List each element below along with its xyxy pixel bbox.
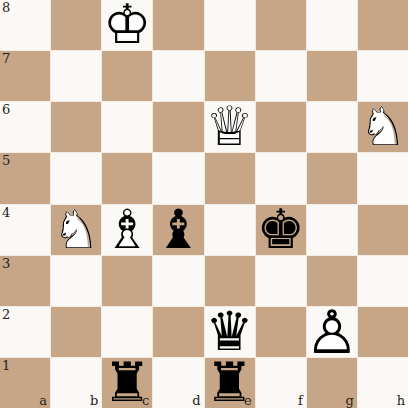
square-d1[interactable]: d	[153, 358, 203, 408]
square-a6[interactable]: 6	[0, 102, 50, 152]
square-g5[interactable]	[307, 153, 357, 203]
rank-label-2: 2	[2, 308, 10, 321]
piece-solid-layer: ♝	[153, 205, 203, 255]
piece-outline-layer: ♘	[358, 102, 408, 152]
piece-fill-layer: ♞	[51, 205, 101, 255]
black-rook-c1[interactable]: ♜	[102, 358, 152, 408]
file-label-d: d	[192, 394, 200, 407]
file-label-a: a	[39, 394, 47, 407]
square-g3[interactable]	[307, 256, 357, 306]
square-a3[interactable]: 3	[0, 256, 50, 306]
black-queen-e2[interactable]: ♛	[205, 307, 255, 357]
square-f2[interactable]	[256, 307, 306, 357]
square-h6[interactable]: ♞♘	[358, 102, 408, 152]
black-rook-e1[interactable]: ♜	[205, 358, 255, 408]
piece-outline-layer: ♘	[51, 205, 101, 255]
square-g8[interactable]	[307, 0, 357, 50]
square-d7[interactable]	[153, 51, 203, 101]
square-e3[interactable]	[205, 256, 255, 306]
square-b5[interactable]	[51, 153, 101, 203]
square-e1[interactable]: e♜	[205, 358, 255, 408]
square-e8[interactable]	[205, 0, 255, 50]
square-g1[interactable]: g	[307, 358, 357, 408]
square-f6[interactable]	[256, 102, 306, 152]
square-g4[interactable]	[307, 205, 357, 255]
white-king-c8[interactable]: ♚♔	[102, 0, 152, 50]
piece-fill-layer: ♞	[358, 102, 408, 152]
piece-fill-layer: ♝	[102, 205, 152, 255]
square-g2[interactable]: ♟♙	[307, 307, 357, 357]
white-knight-b4[interactable]: ♞♘	[51, 205, 101, 255]
square-a1[interactable]: 1a	[0, 358, 50, 408]
piece-solid-layer: ♚	[256, 205, 306, 255]
square-h5[interactable]	[358, 153, 408, 203]
square-b2[interactable]	[51, 307, 101, 357]
square-h3[interactable]	[358, 256, 408, 306]
square-f3[interactable]	[256, 256, 306, 306]
square-f4[interactable]: ♚	[256, 205, 306, 255]
rank-label-7: 7	[2, 52, 10, 65]
square-h7[interactable]	[358, 51, 408, 101]
square-e2[interactable]: ♛	[205, 307, 255, 357]
square-c1[interactable]: c♜	[102, 358, 152, 408]
square-c5[interactable]	[102, 153, 152, 203]
square-d3[interactable]	[153, 256, 203, 306]
square-c4[interactable]: ♝♗	[102, 205, 152, 255]
piece-outline-layer: ♙	[307, 307, 357, 357]
square-f1[interactable]: f	[256, 358, 306, 408]
square-h8[interactable]	[358, 0, 408, 50]
square-e7[interactable]	[205, 51, 255, 101]
rank-label-8: 8	[2, 1, 10, 14]
square-e5[interactable]	[205, 153, 255, 203]
file-label-b: b	[90, 394, 98, 407]
piece-outline-layer: ♕	[205, 102, 255, 152]
black-bishop-d4[interactable]: ♝	[153, 205, 203, 255]
square-d4[interactable]: ♝	[153, 205, 203, 255]
square-d2[interactable]	[153, 307, 203, 357]
square-a5[interactable]: 5	[0, 153, 50, 203]
white-queen-e6[interactable]: ♛♕	[205, 102, 255, 152]
file-label-h: h	[397, 394, 405, 407]
square-c2[interactable]	[102, 307, 152, 357]
square-a2[interactable]: 2	[0, 307, 50, 357]
square-b6[interactable]	[51, 102, 101, 152]
black-king-f4[interactable]: ♚	[256, 205, 306, 255]
square-c3[interactable]	[102, 256, 152, 306]
white-bishop-c4[interactable]: ♝♗	[102, 205, 152, 255]
chess-board: 8♚♔76♛♕♞♘54♞♘♝♗♝♚32♛♟♙1abc♜de♜fgh	[0, 0, 408, 408]
file-label-f: f	[298, 394, 303, 407]
piece-solid-layer: ♛	[205, 307, 255, 357]
square-b8[interactable]	[51, 0, 101, 50]
square-a7[interactable]: 7	[0, 51, 50, 101]
square-h4[interactable]	[358, 205, 408, 255]
square-d6[interactable]	[153, 102, 203, 152]
square-e6[interactable]: ♛♕	[205, 102, 255, 152]
square-a8[interactable]: 8	[0, 0, 50, 50]
square-c7[interactable]	[102, 51, 152, 101]
piece-fill-layer: ♛	[205, 102, 255, 152]
piece-fill-layer: ♟	[307, 307, 357, 357]
square-c6[interactable]	[102, 102, 152, 152]
square-h1[interactable]: h	[358, 358, 408, 408]
piece-outline-layer: ♔	[102, 0, 152, 50]
rank-label-1: 1	[2, 359, 10, 372]
square-d5[interactable]	[153, 153, 203, 203]
square-f8[interactable]	[256, 0, 306, 50]
piece-outline-layer: ♗	[102, 205, 152, 255]
file-label-g: g	[346, 394, 354, 407]
square-g7[interactable]	[307, 51, 357, 101]
square-g6[interactable]	[307, 102, 357, 152]
square-c8[interactable]: ♚♔	[102, 0, 152, 50]
square-f5[interactable]	[256, 153, 306, 203]
rank-label-6: 6	[2, 103, 10, 116]
white-pawn-g2[interactable]: ♟♙	[307, 307, 357, 357]
rank-label-5: 5	[2, 154, 10, 167]
square-h2[interactable]	[358, 307, 408, 357]
square-b4[interactable]: ♞♘	[51, 205, 101, 255]
piece-fill-layer: ♚	[102, 0, 152, 50]
square-b3[interactable]	[51, 256, 101, 306]
rank-label-4: 4	[2, 206, 10, 219]
rank-label-3: 3	[2, 257, 10, 270]
piece-solid-layer: ♜	[205, 358, 255, 408]
square-b7[interactable]	[51, 51, 101, 101]
piece-solid-layer: ♜	[102, 358, 152, 408]
square-d8[interactable]	[153, 0, 203, 50]
square-f7[interactable]	[256, 51, 306, 101]
square-e4[interactable]	[205, 205, 255, 255]
square-a4[interactable]: 4	[0, 205, 50, 255]
square-b1[interactable]: b	[51, 358, 101, 408]
white-knight-h6[interactable]: ♞♘	[358, 102, 408, 152]
